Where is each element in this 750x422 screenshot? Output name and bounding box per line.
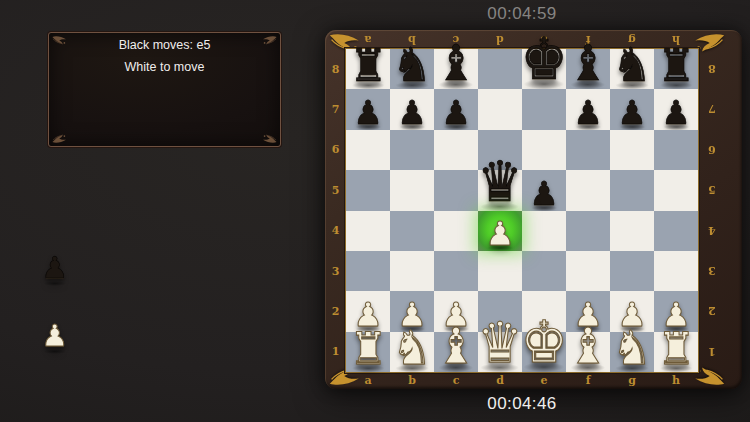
- rank-label-8: 8: [699, 49, 725, 89]
- square-e6[interactable]: [522, 130, 566, 170]
- square-c7[interactable]: ♟: [434, 89, 478, 129]
- file-label-g: g: [610, 372, 654, 389]
- black-timer: 00:04:59: [422, 4, 622, 24]
- rank-label-3: 3: [325, 251, 346, 291]
- square-g5[interactable]: [610, 170, 654, 210]
- rank-label-8: 8: [325, 49, 346, 89]
- rank-label-5: 5: [699, 170, 725, 210]
- panel-corner-ornament-icon: [52, 36, 68, 45]
- square-c5[interactable]: [434, 170, 478, 210]
- square-b5[interactable]: [390, 170, 434, 210]
- captured-white-pieces-tray: ♟: [40, 318, 70, 354]
- square-h7[interactable]: ♟: [654, 89, 698, 129]
- square-d7[interactable]: [478, 89, 522, 129]
- square-b1[interactable]: ♞: [390, 332, 434, 372]
- panel-corner-ornament-icon: [261, 36, 277, 45]
- piece-white-bishop[interactable]: ♝: [436, 322, 476, 372]
- square-b6[interactable]: [390, 130, 434, 170]
- square-f3[interactable]: [566, 251, 610, 291]
- square-e5[interactable]: ♟: [522, 170, 566, 210]
- square-c4[interactable]: [434, 211, 478, 251]
- square-h4[interactable]: [654, 211, 698, 251]
- square-d4[interactable]: ♟: [478, 211, 522, 251]
- rank-label-7: 7: [325, 89, 346, 129]
- piece-black-rook[interactable]: ♜: [349, 44, 387, 89]
- square-b8[interactable]: ♞: [390, 49, 434, 89]
- square-a1[interactable]: ♜: [346, 332, 390, 372]
- square-a8[interactable]: ♜: [346, 49, 390, 89]
- square-f5[interactable]: [566, 170, 610, 210]
- file-label-a: a: [346, 372, 390, 389]
- square-b4[interactable]: [390, 211, 434, 251]
- square-e1[interactable]: ♚: [522, 332, 566, 372]
- panel-corner-ornament-icon: [261, 134, 277, 143]
- rank-label-2: 2: [325, 291, 346, 331]
- piece-black-bishop[interactable]: ♝: [568, 39, 608, 89]
- square-d3[interactable]: [478, 251, 522, 291]
- square-f4[interactable]: [566, 211, 610, 251]
- square-g7[interactable]: ♟: [610, 89, 654, 129]
- piece-black-pawn[interactable]: ♟: [573, 96, 603, 129]
- rank-label-5: 5: [325, 170, 346, 210]
- square-b3[interactable]: [390, 251, 434, 291]
- piece-black-knight[interactable]: ♞: [612, 42, 651, 89]
- square-e4[interactable]: [522, 211, 566, 251]
- rank-label-1: 1: [699, 332, 725, 372]
- square-g1[interactable]: ♞: [610, 332, 654, 372]
- square-g3[interactable]: [610, 251, 654, 291]
- rank-label-2: 2: [699, 291, 725, 331]
- square-a6[interactable]: [346, 130, 390, 170]
- rank-labels-left: 87654321: [325, 49, 346, 372]
- piece-black-pawn[interactable]: ♟: [397, 96, 427, 129]
- square-f1[interactable]: ♝: [566, 332, 610, 372]
- rank-label-1: 1: [325, 332, 346, 372]
- rank-label-6: 6: [699, 130, 725, 170]
- piece-white-pawn[interactable]: ♟: [485, 217, 515, 250]
- rank-labels-right: 87654321: [699, 49, 725, 372]
- piece-black-rook[interactable]: ♜: [657, 44, 695, 89]
- square-c6[interactable]: [434, 130, 478, 170]
- piece-black-pawn[interactable]: ♟: [353, 96, 383, 129]
- white-timer: 00:04:46: [422, 394, 622, 414]
- square-a3[interactable]: [346, 251, 390, 291]
- piece-black-pawn[interactable]: ♟: [617, 96, 647, 129]
- piece-black-pawn[interactable]: ♟: [661, 96, 691, 129]
- piece-white-king[interactable]: ♚: [521, 313, 568, 371]
- square-c3[interactable]: [434, 251, 478, 291]
- square-g6[interactable]: [610, 130, 654, 170]
- square-d1[interactable]: ♛: [478, 332, 522, 372]
- square-h5[interactable]: [654, 170, 698, 210]
- square-g4[interactable]: [610, 211, 654, 251]
- square-a7[interactable]: ♟: [346, 89, 390, 129]
- chess-board-frame: abcdefgh abcdefgh 87654321 87654321 ♜♞♝♚…: [325, 30, 742, 389]
- square-e3[interactable]: [522, 251, 566, 291]
- square-d8[interactable]: [478, 49, 522, 89]
- captured-black-pawn: ♟: [42, 250, 69, 285]
- square-h6[interactable]: [654, 130, 698, 170]
- rank-label-6: 6: [325, 130, 346, 170]
- rank-label-4: 4: [325, 211, 346, 251]
- piece-black-queen[interactable]: ♛: [478, 154, 523, 210]
- piece-white-bishop[interactable]: ♝: [568, 322, 608, 372]
- square-e8[interactable]: ♚: [522, 49, 566, 89]
- square-g8[interactable]: ♞: [610, 49, 654, 89]
- square-a5[interactable]: [346, 170, 390, 210]
- square-f6[interactable]: [566, 130, 610, 170]
- piece-black-bishop[interactable]: ♝: [436, 39, 476, 89]
- piece-white-rook[interactable]: ♜: [657, 326, 695, 371]
- rank-label-3: 3: [699, 251, 725, 291]
- file-label-d: d: [478, 30, 522, 49]
- square-f8[interactable]: ♝: [566, 49, 610, 89]
- file-label-h: h: [654, 372, 698, 389]
- piece-white-knight[interactable]: ♞: [392, 324, 431, 371]
- square-c1[interactable]: ♝: [434, 332, 478, 372]
- play-area: ♜♞♝♚♝♞♜♟♟♟♟♟♟♛♟♟♟♟♟♟♟♟♜♞♝♛♚♝♞♜: [346, 49, 698, 372]
- piece-black-pawn[interactable]: ♟: [529, 177, 559, 210]
- status-line-2: White to move: [49, 56, 280, 78]
- piece-white-knight[interactable]: ♞: [612, 324, 651, 371]
- piece-black-king[interactable]: ♚: [521, 30, 568, 88]
- square-h8[interactable]: ♜: [654, 49, 698, 89]
- piece-black-pawn[interactable]: ♟: [441, 96, 471, 129]
- status-line-1: Black moves: e5: [49, 34, 280, 56]
- piece-black-knight[interactable]: ♞: [392, 42, 431, 89]
- chess-app-screen: 00:04:59 Black moves: e5 White to move ♟…: [0, 0, 750, 422]
- square-h3[interactable]: [654, 251, 698, 291]
- square-c8[interactable]: ♝: [434, 49, 478, 89]
- piece-white-rook[interactable]: ♜: [349, 326, 387, 371]
- square-b7[interactable]: ♟: [390, 89, 434, 129]
- square-h1[interactable]: ♜: [654, 332, 698, 372]
- piece-white-queen[interactable]: ♛: [478, 315, 523, 371]
- panel-corner-ornament-icon: [52, 134, 68, 143]
- square-f7[interactable]: ♟: [566, 89, 610, 129]
- square-a4[interactable]: [346, 211, 390, 251]
- file-label-b: b: [390, 372, 434, 389]
- captured-white-pawn: ♟: [42, 318, 69, 353]
- square-d5[interactable]: ♛: [478, 170, 522, 210]
- status-panel: Black moves: e5 White to move: [48, 32, 281, 147]
- rank-label-4: 4: [699, 211, 725, 251]
- captured-black-pieces-tray: ♟: [40, 250, 70, 286]
- square-e7[interactable]: [522, 89, 566, 129]
- rank-label-7: 7: [699, 89, 725, 129]
